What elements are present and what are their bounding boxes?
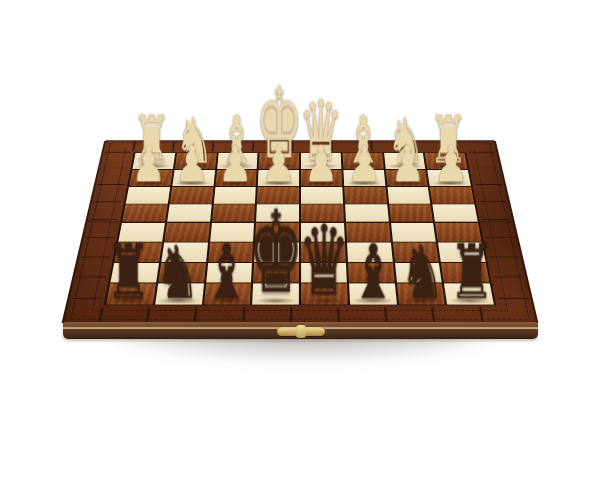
piece-black-knight-b8[interactable]: ♞ (400, 236, 445, 309)
cell-g8: ♞ (155, 284, 204, 305)
cell-a2: ♟ (427, 170, 470, 186)
square-d3[interactable] (301, 187, 343, 204)
piece-black-rook-a8[interactable]: ♜ (449, 234, 494, 309)
cell-b2: ♟ (385, 170, 428, 186)
cell-d2: ♟ (301, 170, 342, 186)
cell-e8: ♚ (252, 284, 299, 305)
square-g4[interactable] (167, 205, 211, 223)
cell-h2: ♟ (129, 170, 172, 186)
piece-white-pawn-g2[interactable]: ♟ (175, 139, 210, 189)
piece-white-pawn-h2[interactable]: ♟ (132, 139, 167, 189)
piece-white-pawn-f2[interactable]: ♟ (218, 139, 253, 189)
piece-white-pawn-c2[interactable]: ♟ (347, 139, 382, 189)
piece-black-bishop-f8[interactable]: ♝ (204, 234, 249, 309)
piece-black-knight-g8[interactable]: ♞ (155, 236, 200, 309)
square-a4[interactable] (433, 205, 478, 223)
photo-scene: ♜♞♝♚♛♝♞♜♟♟♟♟♟♟♟♟♜♞♝♚♛♝♞♜ (0, 0, 600, 480)
square-h3[interactable] (126, 187, 170, 204)
square-g3[interactable] (169, 187, 213, 204)
cell-b8: ♞ (397, 284, 446, 305)
cell-g2: ♟ (172, 170, 215, 186)
piece-black-rook-h8[interactable]: ♜ (106, 234, 151, 309)
cell-c8: ♝ (349, 284, 397, 305)
chess-board: ♜♞♝♚♛♝♞♜♟♟♟♟♟♟♟♟♜♞♝♚♛♝♞♜ (61, 140, 538, 324)
square-c3[interactable] (344, 187, 387, 204)
square-b4[interactable] (389, 205, 433, 223)
cell-e2: ♟ (258, 170, 299, 186)
piece-black-queen-d8[interactable]: ♛ (299, 213, 350, 310)
cell-f8: ♝ (204, 284, 252, 305)
box-front-edge (63, 322, 538, 339)
piece-white-pawn-a2[interactable]: ♟ (434, 139, 469, 189)
piece-white-pawn-b2[interactable]: ♟ (390, 139, 425, 189)
brass-clasp-icon (277, 327, 325, 336)
perspective-wrapper: ♜♞♝♚♛♝♞♜♟♟♟♟♟♟♟♟♜♞♝♚♛♝♞♜ (0, 0, 600, 480)
piece-black-bishop-c8[interactable]: ♝ (351, 234, 396, 309)
piece-white-pawn-d2[interactable]: ♟ (304, 139, 339, 189)
cell-a8: ♜ (444, 284, 494, 305)
cell-c2: ♟ (343, 170, 385, 186)
square-h4[interactable] (122, 205, 167, 223)
cell-f2: ♟ (215, 170, 257, 186)
cell-h8: ♜ (106, 284, 156, 305)
square-b3[interactable] (387, 187, 431, 204)
cell-d8: ♛ (301, 284, 348, 305)
piece-black-king-e8[interactable]: ♚ (248, 197, 303, 310)
square-a3[interactable] (430, 187, 474, 204)
piece-white-pawn-e2[interactable]: ♟ (261, 139, 296, 189)
square-c4[interactable] (345, 205, 389, 223)
